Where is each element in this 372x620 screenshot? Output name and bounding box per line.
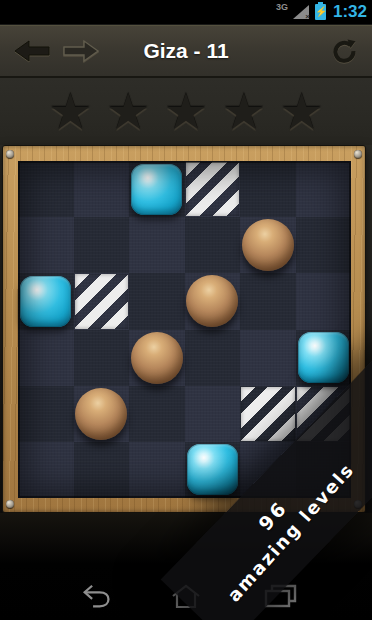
nav-back-button[interactable] xyxy=(72,581,116,611)
blue-cube-piece[interactable] xyxy=(20,276,71,327)
cell-r1c1 xyxy=(74,217,130,273)
cell-r3c3 xyxy=(185,330,241,386)
status-bar: 3G × ⚡ 1:32 xyxy=(0,0,372,25)
level-title: Giza - 11 xyxy=(0,26,372,76)
cell-r1c4 xyxy=(240,217,296,273)
cell-r0c1 xyxy=(74,161,130,217)
cell-r0c2 xyxy=(129,161,185,217)
striped-target-square xyxy=(75,274,129,328)
phone-screen: 3G × ⚡ 1:32 Giza - 11 ★★★★ xyxy=(0,0,372,620)
star-icon: ★ xyxy=(164,87,209,137)
cell-r3c4 xyxy=(240,330,296,386)
cell-r2c5 xyxy=(296,273,352,329)
wooden-ball-piece[interactable] xyxy=(131,332,183,384)
network-type-label: 3G xyxy=(276,2,288,12)
cell-r4c1 xyxy=(74,386,130,442)
cell-r2c3 xyxy=(185,273,241,329)
striped-target-square xyxy=(297,387,351,441)
cell-r2c1 xyxy=(74,273,130,329)
star-icon: ★ xyxy=(221,87,266,137)
cell-r5c2 xyxy=(129,442,185,498)
nav-back-icon xyxy=(73,582,115,610)
screw-icon xyxy=(354,150,362,158)
status-clock: 1:32 xyxy=(333,2,367,22)
nav-recents-button[interactable] xyxy=(258,581,302,611)
navigation-bar xyxy=(0,513,372,620)
cell-r1c0 xyxy=(18,217,74,273)
battery-bolt-icon: ⚡ xyxy=(315,4,326,20)
level-stars-row: ★★★★★ xyxy=(0,78,372,145)
cell-r0c0 xyxy=(18,161,74,217)
nav-home-icon xyxy=(168,582,204,610)
cell-r5c1 xyxy=(74,442,130,498)
battery-charging-icon: ⚡ xyxy=(315,4,326,20)
cell-r5c3 xyxy=(185,442,241,498)
cell-r3c1 xyxy=(74,330,130,386)
cell-r4c4 xyxy=(240,386,296,442)
board-grid xyxy=(18,161,351,498)
star-icon: ★ xyxy=(48,87,93,137)
cell-r2c0 xyxy=(18,273,74,329)
screw-icon xyxy=(6,500,14,508)
wooden-board-frame xyxy=(2,145,366,513)
striped-target-square xyxy=(186,162,240,216)
blue-cube-piece[interactable] xyxy=(131,164,182,215)
screw-icon xyxy=(354,500,362,508)
cell-r1c2 xyxy=(129,217,185,273)
cell-r1c3 xyxy=(185,217,241,273)
title-bar: Giza - 11 xyxy=(0,25,372,78)
wooden-ball-piece[interactable] xyxy=(242,219,294,271)
refresh-icon xyxy=(331,38,358,65)
cell-r4c5 xyxy=(296,386,352,442)
cell-r5c0 xyxy=(18,442,74,498)
cell-r0c5 xyxy=(296,161,352,217)
signal-strength-icon: × xyxy=(293,5,309,19)
cell-r0c4 xyxy=(240,161,296,217)
cell-r4c2 xyxy=(129,386,185,442)
cell-r5c4 xyxy=(240,442,296,498)
signal-no-data-x: × xyxy=(305,12,310,21)
cell-r3c0 xyxy=(18,330,74,386)
restart-level-button[interactable] xyxy=(324,26,364,76)
cell-r2c2 xyxy=(129,273,185,329)
cell-r4c3 xyxy=(185,386,241,442)
cell-r2c4 xyxy=(240,273,296,329)
nav-icons xyxy=(0,581,372,611)
wooden-ball-piece[interactable] xyxy=(186,275,238,327)
cell-r3c5 xyxy=(296,330,352,386)
star-icon: ★ xyxy=(106,87,151,137)
cell-r4c0 xyxy=(18,386,74,442)
cell-r0c3 xyxy=(185,161,241,217)
cell-r5c5 xyxy=(296,442,352,498)
screw-icon xyxy=(6,150,14,158)
cell-r3c2 xyxy=(129,330,185,386)
nav-recents-icon xyxy=(260,582,300,610)
striped-target-square xyxy=(241,387,295,441)
nav-home-button[interactable] xyxy=(164,581,208,611)
blue-cube-piece[interactable] xyxy=(298,332,349,383)
cell-r1c5 xyxy=(296,217,352,273)
wooden-ball-piece[interactable] xyxy=(75,388,127,440)
star-icon: ★ xyxy=(279,87,324,137)
blue-cube-piece[interactable] xyxy=(187,444,238,495)
